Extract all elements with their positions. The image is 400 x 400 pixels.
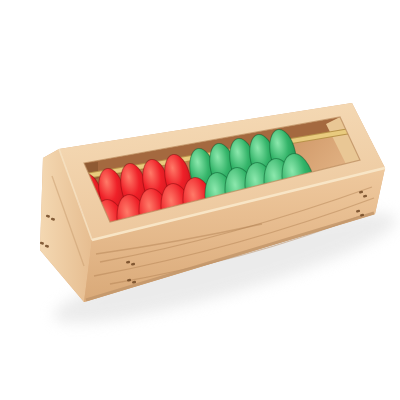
abacus-board — [0, 0, 400, 400]
abacus-photo — [0, 0, 400, 400]
